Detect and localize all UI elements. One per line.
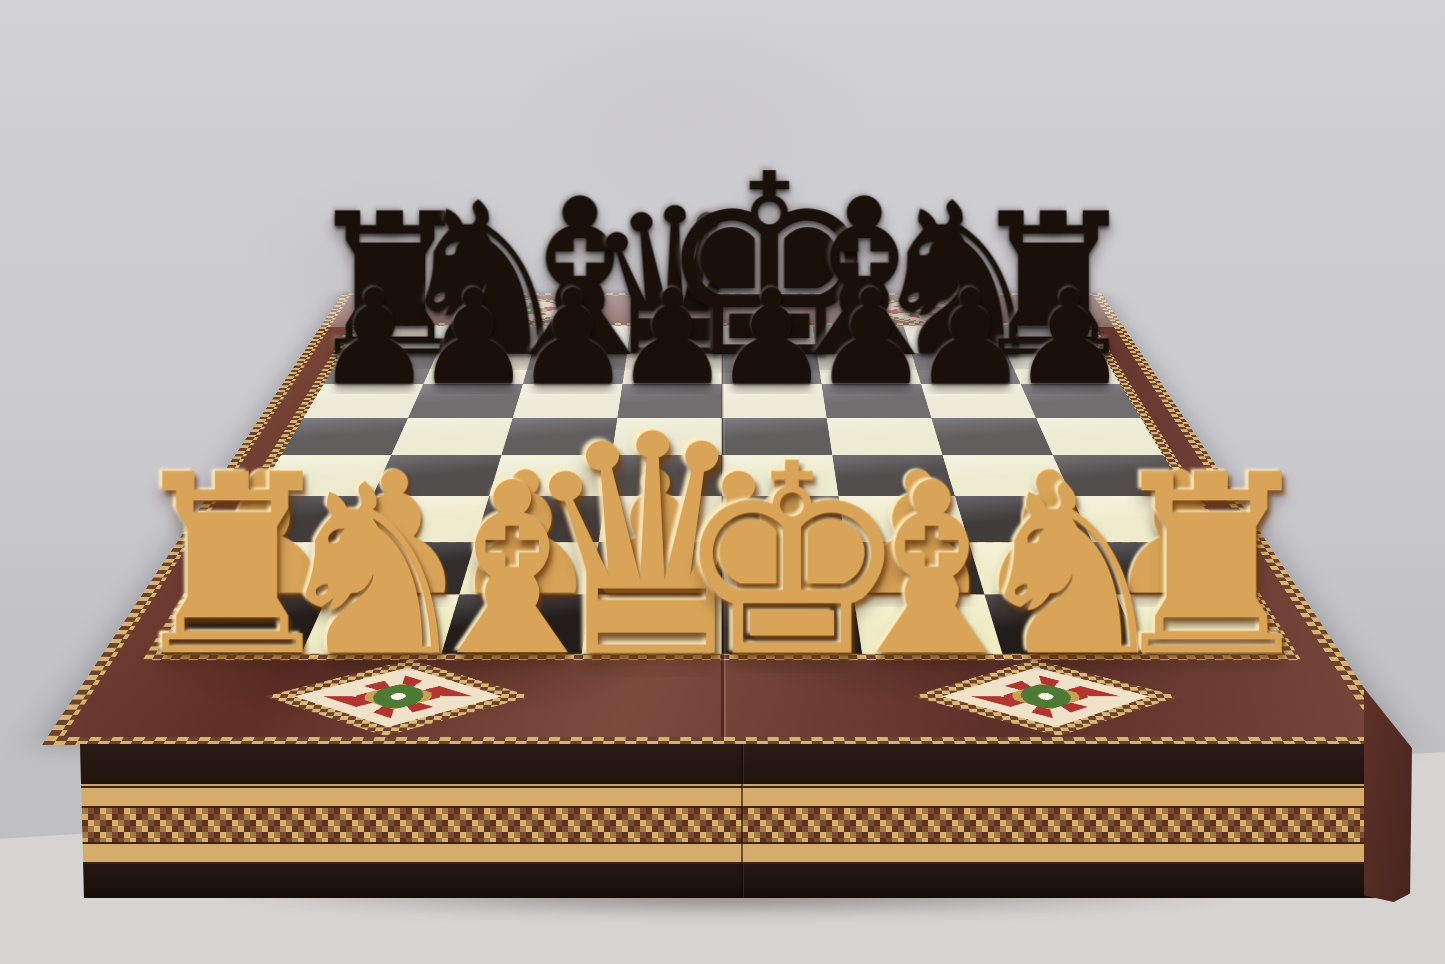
square-g7[interactable]: ♟: [912, 354, 1021, 384]
box-front-face: [76, 744, 1406, 898]
photo-frame: ♜♞♝♛♚♝♞♜♟♟♟♟♟♟♟♟♟♟♟♟♟♟♟♟♜♞♝♛♚♝♞♜: [0, 0, 1445, 964]
square-h1[interactable]: ♜: [1116, 594, 1283, 653]
square-f7[interactable]: ♟: [817, 354, 921, 384]
front-fold-seam: [741, 744, 743, 898]
chess-board[interactable]: ♜♞♝♛♚♝♞♜♟♟♟♟♟♟♟♟♟♟♟♟♟♟♟♟♜♞♝♛♚♝♞♜: [161, 326, 1283, 654]
square-h7[interactable]: ♟: [1007, 354, 1120, 384]
chess-box-top: ♜♞♝♛♚♝♞♜♟♟♟♟♟♟♟♟♟♟♟♟♟♟♟♟♜♞♝♛♚♝♞♜: [42, 293, 1402, 745]
